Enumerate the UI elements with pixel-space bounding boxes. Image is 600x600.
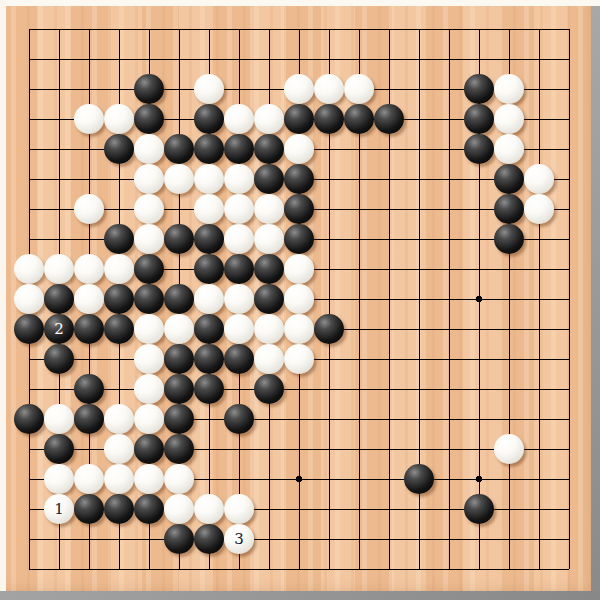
intersection[interactable] bbox=[434, 284, 464, 314]
intersection[interactable] bbox=[524, 284, 554, 314]
intersection[interactable] bbox=[404, 134, 434, 164]
intersection[interactable] bbox=[434, 194, 464, 224]
intersection[interactable] bbox=[404, 104, 434, 134]
intersection[interactable] bbox=[344, 224, 374, 254]
intersection[interactable] bbox=[374, 14, 404, 44]
intersection[interactable] bbox=[494, 494, 524, 524]
intersection[interactable] bbox=[554, 224, 584, 254]
intersection[interactable] bbox=[494, 44, 524, 74]
intersection[interactable]: ● bbox=[164, 224, 194, 254]
intersection[interactable] bbox=[434, 254, 464, 284]
intersection[interactable] bbox=[554, 554, 584, 584]
intersection[interactable]: ● bbox=[194, 134, 224, 164]
intersection[interactable]: ○ bbox=[524, 194, 554, 224]
intersection[interactable] bbox=[194, 554, 224, 584]
intersection[interactable] bbox=[374, 374, 404, 404]
intersection[interactable] bbox=[464, 374, 494, 404]
intersection[interactable] bbox=[464, 14, 494, 44]
intersection[interactable]: ● bbox=[284, 164, 314, 194]
intersection[interactable]: ● bbox=[164, 134, 194, 164]
intersection[interactable]: ● bbox=[44, 284, 74, 314]
intersection[interactable]: ● bbox=[254, 134, 284, 164]
intersection[interactable] bbox=[464, 44, 494, 74]
intersection[interactable]: ● bbox=[224, 254, 254, 284]
intersection[interactable] bbox=[374, 344, 404, 374]
intersection[interactable]: ● bbox=[284, 224, 314, 254]
intersection[interactable]: ○ bbox=[224, 104, 254, 134]
intersection[interactable] bbox=[494, 14, 524, 44]
intersection[interactable]: ○ bbox=[494, 104, 524, 134]
intersection[interactable] bbox=[194, 464, 224, 494]
intersection[interactable] bbox=[554, 344, 584, 374]
intersection[interactable] bbox=[314, 224, 344, 254]
intersection[interactable] bbox=[224, 554, 254, 584]
intersection[interactable]: ● bbox=[164, 524, 194, 554]
intersection[interactable]: ● bbox=[134, 434, 164, 464]
intersection[interactable] bbox=[314, 434, 344, 464]
intersection[interactable] bbox=[374, 44, 404, 74]
intersection[interactable] bbox=[434, 494, 464, 524]
intersection[interactable] bbox=[44, 374, 74, 404]
intersection[interactable] bbox=[104, 164, 134, 194]
intersection[interactable]: ○ bbox=[134, 224, 164, 254]
intersection[interactable]: ● bbox=[194, 344, 224, 374]
intersection[interactable] bbox=[74, 74, 104, 104]
intersection[interactable] bbox=[344, 554, 374, 584]
intersection[interactable]: ● bbox=[134, 284, 164, 314]
intersection[interactable] bbox=[314, 524, 344, 554]
intersection[interactable] bbox=[374, 314, 404, 344]
intersection[interactable]: ● bbox=[134, 494, 164, 524]
intersection[interactable] bbox=[524, 314, 554, 344]
intersection[interactable] bbox=[434, 524, 464, 554]
intersection[interactable]: ○ bbox=[104, 104, 134, 134]
intersection[interactable] bbox=[104, 524, 134, 554]
intersection[interactable]: ○ bbox=[164, 164, 194, 194]
intersection[interactable]: ● bbox=[104, 314, 134, 344]
intersection[interactable]: ○ bbox=[104, 254, 134, 284]
intersection[interactable] bbox=[284, 494, 314, 524]
intersection[interactable] bbox=[344, 434, 374, 464]
intersection[interactable] bbox=[14, 464, 44, 494]
intersection[interactable]: ○ bbox=[74, 464, 104, 494]
intersection[interactable] bbox=[14, 494, 44, 524]
intersection[interactable]: ● bbox=[344, 104, 374, 134]
intersection[interactable]: ● bbox=[404, 464, 434, 494]
intersection[interactable]: ● bbox=[314, 104, 344, 134]
intersection[interactable] bbox=[464, 464, 494, 494]
intersection[interactable] bbox=[404, 374, 434, 404]
intersection[interactable] bbox=[14, 374, 44, 404]
intersection[interactable] bbox=[254, 44, 284, 74]
intersection[interactable] bbox=[134, 554, 164, 584]
intersection[interactable] bbox=[464, 254, 494, 284]
intersection[interactable] bbox=[464, 164, 494, 194]
intersection[interactable] bbox=[494, 314, 524, 344]
intersection[interactable] bbox=[344, 344, 374, 374]
intersection[interactable]: ○ bbox=[194, 164, 224, 194]
intersection[interactable]: ● bbox=[14, 404, 44, 434]
intersection[interactable] bbox=[164, 74, 194, 104]
intersection[interactable] bbox=[404, 224, 434, 254]
intersection[interactable]: ○ bbox=[224, 314, 254, 344]
intersection[interactable] bbox=[284, 374, 314, 404]
intersection[interactable] bbox=[374, 74, 404, 104]
intersection[interactable]: ○ bbox=[134, 464, 164, 494]
intersection[interactable]: ● bbox=[74, 404, 104, 434]
intersection[interactable] bbox=[404, 434, 434, 464]
intersection[interactable]: ● bbox=[194, 374, 224, 404]
intersection[interactable] bbox=[74, 524, 104, 554]
intersection[interactable] bbox=[524, 344, 554, 374]
intersection[interactable]: ● bbox=[104, 224, 134, 254]
intersection[interactable]: ● bbox=[254, 374, 284, 404]
intersection[interactable] bbox=[254, 464, 284, 494]
intersection[interactable] bbox=[524, 404, 554, 434]
intersection[interactable] bbox=[434, 554, 464, 584]
intersection[interactable] bbox=[284, 434, 314, 464]
intersection[interactable]: ● bbox=[134, 254, 164, 284]
intersection[interactable]: ○ bbox=[194, 194, 224, 224]
intersection[interactable] bbox=[524, 134, 554, 164]
intersection[interactable] bbox=[134, 524, 164, 554]
intersection[interactable]: ● bbox=[194, 104, 224, 134]
intersection[interactable] bbox=[14, 344, 44, 374]
intersection[interactable]: ● bbox=[464, 104, 494, 134]
intersection[interactable] bbox=[104, 374, 134, 404]
intersection[interactable]: ○ bbox=[164, 314, 194, 344]
intersection[interactable] bbox=[104, 194, 134, 224]
intersection[interactable] bbox=[74, 434, 104, 464]
intersection[interactable] bbox=[284, 14, 314, 44]
intersection[interactable] bbox=[434, 74, 464, 104]
intersection[interactable]: ○ bbox=[224, 284, 254, 314]
intersection[interactable]: ● bbox=[464, 74, 494, 104]
intersection[interactable]: ● bbox=[74, 314, 104, 344]
intersection[interactable] bbox=[554, 134, 584, 164]
intersection[interactable] bbox=[74, 44, 104, 74]
intersection[interactable] bbox=[374, 524, 404, 554]
intersection[interactable] bbox=[404, 554, 434, 584]
intersection[interactable] bbox=[104, 74, 134, 104]
intersection[interactable]: ● bbox=[464, 134, 494, 164]
intersection[interactable] bbox=[224, 434, 254, 464]
intersection[interactable] bbox=[164, 44, 194, 74]
intersection[interactable]: ○ bbox=[104, 404, 134, 434]
intersection[interactable] bbox=[14, 224, 44, 254]
intersection[interactable] bbox=[374, 464, 404, 494]
intersection[interactable] bbox=[314, 344, 344, 374]
intersection[interactable] bbox=[44, 104, 74, 134]
intersection[interactable] bbox=[44, 224, 74, 254]
intersection[interactable]: ○ bbox=[494, 134, 524, 164]
intersection[interactable]: ○ bbox=[134, 194, 164, 224]
intersection[interactable] bbox=[464, 284, 494, 314]
intersection[interactable] bbox=[554, 104, 584, 134]
intersection[interactable] bbox=[374, 134, 404, 164]
intersection[interactable] bbox=[434, 374, 464, 404]
intersection[interactable] bbox=[494, 404, 524, 434]
intersection[interactable] bbox=[104, 44, 134, 74]
intersection[interactable]: ○ bbox=[44, 464, 74, 494]
intersection[interactable] bbox=[74, 164, 104, 194]
intersection[interactable] bbox=[104, 14, 134, 44]
intersection[interactable] bbox=[554, 44, 584, 74]
intersection[interactable] bbox=[344, 164, 374, 194]
intersection[interactable] bbox=[44, 74, 74, 104]
intersection[interactable] bbox=[44, 134, 74, 164]
intersection[interactable]: ● bbox=[254, 164, 284, 194]
intersection[interactable] bbox=[404, 404, 434, 434]
intersection[interactable]: ○1 bbox=[44, 494, 74, 524]
intersection[interactable] bbox=[134, 44, 164, 74]
intersection[interactable] bbox=[104, 554, 134, 584]
intersection[interactable] bbox=[434, 434, 464, 464]
intersection[interactable]: ● bbox=[74, 494, 104, 524]
intersection[interactable]: ○ bbox=[14, 254, 44, 284]
intersection[interactable]: ○ bbox=[134, 314, 164, 344]
intersection[interactable] bbox=[314, 554, 344, 584]
intersection[interactable] bbox=[314, 164, 344, 194]
intersection[interactable]: ○ bbox=[134, 374, 164, 404]
intersection[interactable]: ○ bbox=[74, 104, 104, 134]
intersection[interactable] bbox=[74, 554, 104, 584]
intersection[interactable]: ● bbox=[194, 224, 224, 254]
intersection[interactable] bbox=[14, 164, 44, 194]
intersection[interactable]: ○ bbox=[134, 344, 164, 374]
intersection[interactable] bbox=[344, 464, 374, 494]
intersection[interactable]: ○ bbox=[134, 164, 164, 194]
intersection[interactable] bbox=[554, 494, 584, 524]
intersection[interactable] bbox=[464, 194, 494, 224]
intersection[interactable] bbox=[554, 164, 584, 194]
intersection[interactable] bbox=[344, 44, 374, 74]
intersection[interactable] bbox=[74, 14, 104, 44]
intersection[interactable] bbox=[524, 524, 554, 554]
intersection[interactable]: ○ bbox=[194, 494, 224, 524]
intersection[interactable] bbox=[374, 224, 404, 254]
intersection[interactable]: ● bbox=[494, 224, 524, 254]
intersection[interactable]: ● bbox=[164, 374, 194, 404]
intersection[interactable] bbox=[194, 14, 224, 44]
intersection[interactable] bbox=[314, 374, 344, 404]
intersection[interactable] bbox=[164, 14, 194, 44]
intersection[interactable] bbox=[464, 224, 494, 254]
intersection[interactable] bbox=[434, 344, 464, 374]
intersection[interactable] bbox=[344, 374, 374, 404]
intersection[interactable] bbox=[464, 404, 494, 434]
intersection[interactable] bbox=[14, 104, 44, 134]
intersection[interactable] bbox=[164, 104, 194, 134]
intersection[interactable] bbox=[374, 554, 404, 584]
intersection[interactable]: ● bbox=[224, 404, 254, 434]
intersection[interactable]: ○ bbox=[284, 284, 314, 314]
intersection[interactable]: ● bbox=[494, 194, 524, 224]
intersection[interactable] bbox=[524, 554, 554, 584]
intersection[interactable]: ○ bbox=[224, 494, 254, 524]
intersection[interactable] bbox=[284, 524, 314, 554]
intersection[interactable]: ○ bbox=[74, 254, 104, 284]
intersection[interactable] bbox=[374, 404, 404, 434]
intersection[interactable]: ● bbox=[194, 524, 224, 554]
intersection[interactable]: ○ bbox=[494, 434, 524, 464]
intersection[interactable] bbox=[374, 194, 404, 224]
intersection[interactable] bbox=[284, 554, 314, 584]
intersection[interactable] bbox=[434, 314, 464, 344]
intersection[interactable]: ○ bbox=[14, 284, 44, 314]
intersection[interactable] bbox=[524, 104, 554, 134]
intersection[interactable] bbox=[314, 254, 344, 284]
intersection[interactable] bbox=[164, 194, 194, 224]
intersection[interactable] bbox=[224, 44, 254, 74]
intersection[interactable] bbox=[554, 284, 584, 314]
intersection[interactable]: ○ bbox=[254, 344, 284, 374]
intersection[interactable] bbox=[254, 14, 284, 44]
intersection[interactable]: ○ bbox=[194, 74, 224, 104]
intersection[interactable] bbox=[284, 464, 314, 494]
intersection[interactable] bbox=[194, 434, 224, 464]
intersection[interactable] bbox=[314, 134, 344, 164]
intersection[interactable]: ○ bbox=[104, 434, 134, 464]
intersection[interactable]: ○ bbox=[524, 164, 554, 194]
intersection[interactable] bbox=[344, 404, 374, 434]
intersection[interactable]: ○ bbox=[164, 494, 194, 524]
intersection[interactable] bbox=[254, 74, 284, 104]
intersection[interactable]: ○ bbox=[254, 104, 284, 134]
intersection[interactable] bbox=[494, 254, 524, 284]
intersection[interactable]: ● bbox=[464, 494, 494, 524]
intersection[interactable] bbox=[464, 554, 494, 584]
intersection[interactable] bbox=[14, 434, 44, 464]
intersection[interactable] bbox=[284, 44, 314, 74]
intersection[interactable] bbox=[494, 464, 524, 494]
intersection[interactable] bbox=[434, 164, 464, 194]
intersection[interactable]: ● bbox=[44, 434, 74, 464]
intersection[interactable]: ○ bbox=[44, 404, 74, 434]
intersection[interactable] bbox=[524, 74, 554, 104]
intersection[interactable]: ○ bbox=[164, 464, 194, 494]
intersection[interactable] bbox=[44, 554, 74, 584]
intersection[interactable]: ● bbox=[254, 254, 284, 284]
intersection[interactable] bbox=[554, 194, 584, 224]
intersection[interactable] bbox=[554, 254, 584, 284]
intersection[interactable]: ○ bbox=[254, 194, 284, 224]
intersection[interactable] bbox=[494, 344, 524, 374]
intersection[interactable]: ○ bbox=[74, 194, 104, 224]
intersection[interactable]: ○ bbox=[254, 224, 284, 254]
intersection[interactable]: ● bbox=[104, 284, 134, 314]
intersection[interactable] bbox=[74, 224, 104, 254]
intersection[interactable] bbox=[194, 44, 224, 74]
intersection[interactable] bbox=[404, 44, 434, 74]
intersection[interactable] bbox=[464, 434, 494, 464]
intersection[interactable]: ○ bbox=[284, 314, 314, 344]
intersection[interactable] bbox=[14, 14, 44, 44]
intersection[interactable] bbox=[74, 344, 104, 374]
intersection[interactable] bbox=[44, 194, 74, 224]
intersection[interactable] bbox=[164, 254, 194, 284]
intersection[interactable]: ○ bbox=[314, 74, 344, 104]
intersection[interactable] bbox=[224, 14, 254, 44]
intersection[interactable]: ●2 bbox=[44, 314, 74, 344]
intersection[interactable] bbox=[104, 344, 134, 374]
intersection[interactable] bbox=[524, 494, 554, 524]
intersection[interactable] bbox=[404, 344, 434, 374]
intersection[interactable] bbox=[554, 374, 584, 404]
intersection[interactable] bbox=[254, 434, 284, 464]
intersection[interactable]: ○ bbox=[74, 284, 104, 314]
intersection[interactable] bbox=[404, 254, 434, 284]
intersection[interactable]: ● bbox=[224, 344, 254, 374]
intersection[interactable] bbox=[404, 74, 434, 104]
intersection[interactable] bbox=[44, 164, 74, 194]
intersection[interactable] bbox=[374, 284, 404, 314]
intersection[interactable]: ○ bbox=[254, 314, 284, 344]
intersection[interactable] bbox=[524, 254, 554, 284]
intersection[interactable]: ● bbox=[74, 374, 104, 404]
intersection[interactable]: ● bbox=[164, 344, 194, 374]
intersection[interactable] bbox=[344, 134, 374, 164]
intersection[interactable] bbox=[554, 404, 584, 434]
intersection[interactable] bbox=[434, 464, 464, 494]
intersection[interactable] bbox=[554, 74, 584, 104]
intersection[interactable]: ○ bbox=[494, 74, 524, 104]
intersection[interactable]: ○ bbox=[194, 284, 224, 314]
intersection[interactable] bbox=[74, 134, 104, 164]
intersection[interactable] bbox=[374, 494, 404, 524]
intersection[interactable] bbox=[554, 434, 584, 464]
intersection[interactable]: ● bbox=[164, 404, 194, 434]
intersection[interactable]: ○ bbox=[284, 344, 314, 374]
intersection[interactable] bbox=[434, 404, 464, 434]
intersection[interactable] bbox=[524, 434, 554, 464]
intersection[interactable]: ○ bbox=[104, 464, 134, 494]
intersection[interactable] bbox=[434, 134, 464, 164]
intersection[interactable] bbox=[554, 14, 584, 44]
intersection[interactable]: ● bbox=[224, 134, 254, 164]
intersection[interactable]: ● bbox=[14, 314, 44, 344]
intersection[interactable]: ● bbox=[284, 194, 314, 224]
intersection[interactable] bbox=[494, 524, 524, 554]
intersection[interactable] bbox=[494, 284, 524, 314]
intersection[interactable] bbox=[224, 464, 254, 494]
intersection[interactable] bbox=[554, 314, 584, 344]
intersection[interactable]: ○3 bbox=[224, 524, 254, 554]
intersection[interactable] bbox=[14, 134, 44, 164]
intersection[interactable] bbox=[14, 554, 44, 584]
intersection[interactable]: ● bbox=[104, 134, 134, 164]
intersection[interactable] bbox=[404, 524, 434, 554]
intersection[interactable]: ○ bbox=[284, 74, 314, 104]
intersection[interactable] bbox=[554, 524, 584, 554]
intersection[interactable] bbox=[524, 44, 554, 74]
intersection[interactable] bbox=[404, 494, 434, 524]
intersection[interactable] bbox=[284, 404, 314, 434]
intersection[interactable] bbox=[434, 224, 464, 254]
intersection[interactable]: ● bbox=[314, 314, 344, 344]
intersection[interactable] bbox=[164, 554, 194, 584]
intersection[interactable] bbox=[404, 194, 434, 224]
intersection[interactable] bbox=[524, 224, 554, 254]
intersection[interactable] bbox=[434, 104, 464, 134]
intersection[interactable] bbox=[14, 74, 44, 104]
intersection[interactable] bbox=[314, 14, 344, 44]
intersection[interactable] bbox=[44, 44, 74, 74]
intersection[interactable] bbox=[524, 464, 554, 494]
intersection[interactable] bbox=[314, 464, 344, 494]
intersection[interactable] bbox=[14, 44, 44, 74]
intersection[interactable] bbox=[464, 524, 494, 554]
